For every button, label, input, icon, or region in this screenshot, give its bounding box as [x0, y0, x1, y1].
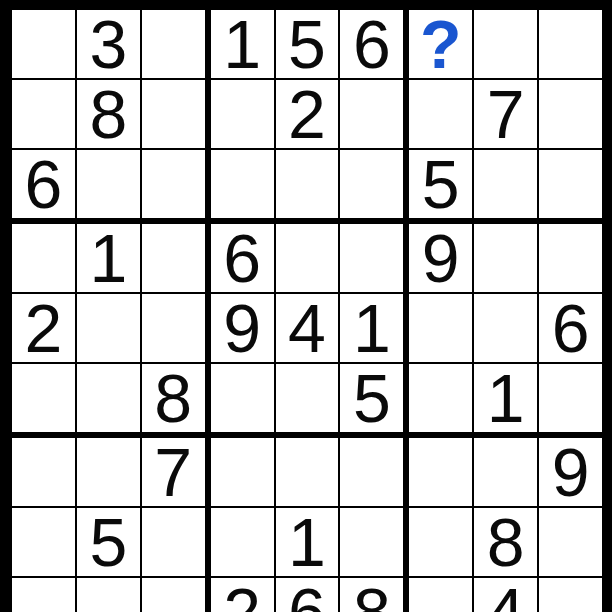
cell-r5c8: [474, 294, 537, 362]
cell-r8c8: 8: [474, 508, 537, 576]
cell-r9c1: [12, 578, 75, 612]
sudoku-board: 3861562?7512869415961751268984: [12, 10, 602, 600]
cell-r2c8: 7: [474, 80, 537, 148]
cell-r4c1: [12, 224, 75, 292]
cell-r2c4: [211, 80, 274, 148]
cell-r3c6: [340, 150, 403, 218]
query-cell: ?: [409, 10, 472, 78]
cell-r5c4: 9: [211, 294, 274, 362]
cell-r5c1: 2: [12, 294, 75, 362]
cell-r5c3: [142, 294, 205, 362]
block-1-1: 386: [12, 10, 205, 218]
cell-r3c5: [276, 150, 339, 218]
cell-r4c4: 6: [211, 224, 274, 292]
cell-r8c5: 1: [276, 508, 339, 576]
block-1-3: ?75: [409, 10, 602, 218]
cell-r3c9: [539, 150, 602, 218]
sudoku-board-frame: 3861562?7512869415961751268984: [0, 0, 612, 612]
cell-r8c1: [12, 508, 75, 576]
cell-r6c9: [539, 364, 602, 432]
cell-r2c7: [409, 80, 472, 148]
cell-r2c2: 8: [77, 80, 140, 148]
cell-r8c9: [539, 508, 602, 576]
cell-r2c6: [340, 80, 403, 148]
cell-r7c8: [474, 438, 537, 506]
cell-r6c2: [77, 364, 140, 432]
cell-r7c3: 7: [142, 438, 205, 506]
cell-r4c9: [539, 224, 602, 292]
cell-r8c4: [211, 508, 274, 576]
cell-r9c8: 4: [474, 578, 537, 612]
cell-r8c2: 5: [77, 508, 140, 576]
cell-r5c2: [77, 294, 140, 362]
cell-r7c6: [340, 438, 403, 506]
cell-r9c5: 6: [276, 578, 339, 612]
cell-r4c2: 1: [77, 224, 140, 292]
cell-r8c6: [340, 508, 403, 576]
cell-r6c1: [12, 364, 75, 432]
cell-r9c3: [142, 578, 205, 612]
cell-r7c4: [211, 438, 274, 506]
cell-r4c7: 9: [409, 224, 472, 292]
cell-r9c2: [77, 578, 140, 612]
cell-r6c5: [276, 364, 339, 432]
block-1-2: 1562: [211, 10, 404, 218]
cell-r4c5: [276, 224, 339, 292]
cell-r5c7: [409, 294, 472, 362]
cell-r7c5: [276, 438, 339, 506]
cell-r2c1: [12, 80, 75, 148]
cell-r1c4: 1: [211, 10, 274, 78]
cell-r1c1: [12, 10, 75, 78]
cell-r1c2: 3: [77, 10, 140, 78]
cell-r6c7: [409, 364, 472, 432]
cell-r8c3: [142, 508, 205, 576]
cell-r8c7: [409, 508, 472, 576]
block-2-3: 961: [409, 224, 602, 432]
cell-r2c3: [142, 80, 205, 148]
block-2-2: 69415: [211, 224, 404, 432]
cell-r9c4: 2: [211, 578, 274, 612]
block-3-2: 1268: [211, 438, 404, 612]
block-2-1: 128: [12, 224, 205, 432]
cell-r6c3: 8: [142, 364, 205, 432]
cell-r1c9: [539, 10, 602, 78]
cell-r7c7: [409, 438, 472, 506]
cell-r7c2: [77, 438, 140, 506]
cell-r1c8: [474, 10, 537, 78]
cell-r1c6: 6: [340, 10, 403, 78]
cell-r3c7: 5: [409, 150, 472, 218]
cell-r9c7: [409, 578, 472, 612]
cell-r3c4: [211, 150, 274, 218]
cell-r6c4: [211, 364, 274, 432]
cell-r2c5: 2: [276, 80, 339, 148]
cell-r4c6: [340, 224, 403, 292]
cell-r4c8: [474, 224, 537, 292]
cell-r7c9: 9: [539, 438, 602, 506]
cell-r7c1: [12, 438, 75, 506]
cell-r1c3: [142, 10, 205, 78]
cell-r5c5: 4: [276, 294, 339, 362]
cell-r3c3: [142, 150, 205, 218]
cell-r4c3: [142, 224, 205, 292]
cell-r2c9: [539, 80, 602, 148]
cell-r3c1: 6: [12, 150, 75, 218]
cell-r9c9: [539, 578, 602, 612]
cell-r1c5: 5: [276, 10, 339, 78]
cell-r5c9: 6: [539, 294, 602, 362]
cell-r5c6: 1: [340, 294, 403, 362]
cell-r3c2: [77, 150, 140, 218]
cell-r3c8: [474, 150, 537, 218]
cell-r6c8: 1: [474, 364, 537, 432]
cell-r6c6: 5: [340, 364, 403, 432]
block-3-3: 984: [409, 438, 602, 612]
cell-r9c6: 8: [340, 578, 403, 612]
block-3-1: 75: [12, 438, 205, 612]
